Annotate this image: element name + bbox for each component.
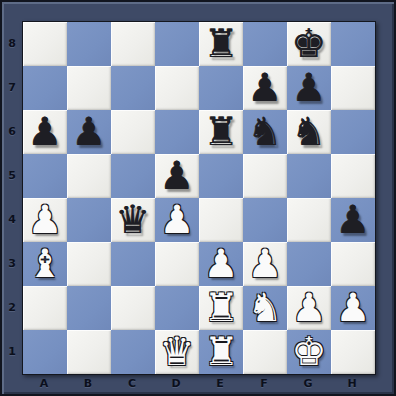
piece-black-queen-c4[interactable]: ♛ (116, 200, 151, 239)
piece-white-pawn-d4[interactable]: ♟ (160, 200, 195, 239)
square-d7[interactable] (155, 66, 199, 110)
square-b5[interactable] (67, 154, 111, 198)
piece-black-knight-g6[interactable]: ♞ (292, 112, 327, 151)
square-g1[interactable]: ♚ (287, 330, 331, 374)
piece-black-pawn-h4[interactable]: ♟ (336, 200, 371, 239)
square-a3[interactable]: ♝ (23, 242, 67, 286)
square-b2[interactable] (67, 286, 111, 330)
square-a6[interactable]: ♟ (23, 110, 67, 154)
square-b6[interactable]: ♟ (67, 110, 111, 154)
square-c4[interactable]: ♛ (111, 198, 155, 242)
square-a1[interactable] (23, 330, 67, 374)
piece-black-pawn-a6[interactable]: ♟ (28, 112, 63, 151)
piece-black-king-g8[interactable]: ♚ (292, 24, 327, 63)
square-e7[interactable] (199, 66, 243, 110)
square-e8[interactable]: ♜ (199, 22, 243, 66)
square-h3[interactable] (331, 242, 375, 286)
file-label-d: D (154, 373, 198, 394)
square-g8[interactable]: ♚ (287, 22, 331, 66)
square-f8[interactable] (243, 22, 287, 66)
square-g3[interactable] (287, 242, 331, 286)
square-d4[interactable]: ♟ (155, 198, 199, 242)
square-g7[interactable]: ♟ (287, 66, 331, 110)
square-b3[interactable] (67, 242, 111, 286)
square-c2[interactable] (111, 286, 155, 330)
chess-board-frame: 87654321 ♜♚♟♟♟♟♜♞♞♟♟♛♟♟♝♟♟♜♞♟♟♛♜♚ ABCDEF… (0, 0, 396, 396)
piece-white-queen-d1[interactable]: ♛ (160, 332, 195, 371)
piece-black-pawn-b6[interactable]: ♟ (72, 112, 107, 151)
file-labels: ABCDEFGH (22, 373, 374, 394)
square-f1[interactable] (243, 330, 287, 374)
file-label-e: E (198, 373, 242, 394)
square-h8[interactable] (331, 22, 375, 66)
rank-label-4: 4 (2, 197, 22, 241)
rank-label-3: 3 (2, 241, 22, 285)
square-a5[interactable] (23, 154, 67, 198)
rank-label-7: 7 (2, 65, 22, 109)
piece-white-rook-e1[interactable]: ♜ (204, 332, 239, 371)
square-d5[interactable]: ♟ (155, 154, 199, 198)
square-d3[interactable] (155, 242, 199, 286)
square-e3[interactable]: ♟ (199, 242, 243, 286)
chess-board: ♜♚♟♟♟♟♜♞♞♟♟♛♟♟♝♟♟♜♞♟♟♛♜♚ (22, 21, 376, 375)
rank-label-1: 1 (2, 329, 22, 373)
piece-white-pawn-f3[interactable]: ♟ (248, 244, 283, 283)
square-g5[interactable] (287, 154, 331, 198)
square-c5[interactable] (111, 154, 155, 198)
piece-black-pawn-d5[interactable]: ♟ (160, 156, 195, 195)
square-e5[interactable] (199, 154, 243, 198)
piece-white-pawn-h2[interactable]: ♟ (336, 288, 371, 327)
file-label-c: C (110, 373, 154, 394)
square-f5[interactable] (243, 154, 287, 198)
piece-white-pawn-a4[interactable]: ♟ (28, 200, 63, 239)
square-e1[interactable]: ♜ (199, 330, 243, 374)
square-h6[interactable] (331, 110, 375, 154)
square-c7[interactable] (111, 66, 155, 110)
file-label-b: B (66, 373, 110, 394)
square-h2[interactable]: ♟ (331, 286, 375, 330)
rank-label-2: 2 (2, 285, 22, 329)
piece-white-king-g1[interactable]: ♚ (292, 332, 327, 371)
piece-white-pawn-g2[interactable]: ♟ (292, 288, 327, 327)
piece-white-rook-e2[interactable]: ♜ (204, 288, 239, 327)
square-g6[interactable]: ♞ (287, 110, 331, 154)
square-g2[interactable]: ♟ (287, 286, 331, 330)
rank-label-5: 5 (2, 153, 22, 197)
square-h1[interactable] (331, 330, 375, 374)
rank-labels: 87654321 (2, 21, 22, 373)
square-b1[interactable] (67, 330, 111, 374)
square-h4[interactable]: ♟ (331, 198, 375, 242)
square-h5[interactable] (331, 154, 375, 198)
file-label-a: A (22, 373, 66, 394)
rank-label-8: 8 (2, 21, 22, 65)
file-label-g: G (286, 373, 330, 394)
square-c6[interactable] (111, 110, 155, 154)
square-c8[interactable] (111, 22, 155, 66)
square-c3[interactable] (111, 242, 155, 286)
square-d8[interactable] (155, 22, 199, 66)
square-c1[interactable] (111, 330, 155, 374)
square-b7[interactable] (67, 66, 111, 110)
square-a7[interactable] (23, 66, 67, 110)
piece-black-pawn-g7[interactable]: ♟ (292, 68, 327, 107)
square-f2[interactable]: ♞ (243, 286, 287, 330)
square-d6[interactable] (155, 110, 199, 154)
square-e6[interactable]: ♜ (199, 110, 243, 154)
file-label-h: H (330, 373, 374, 394)
piece-black-rook-e6[interactable]: ♜ (204, 112, 239, 151)
square-d1[interactable]: ♛ (155, 330, 199, 374)
square-f7[interactable]: ♟ (243, 66, 287, 110)
square-d2[interactable] (155, 286, 199, 330)
square-f4[interactable] (243, 198, 287, 242)
square-a4[interactable]: ♟ (23, 198, 67, 242)
square-f3[interactable]: ♟ (243, 242, 287, 286)
square-e2[interactable]: ♜ (199, 286, 243, 330)
piece-white-knight-f2[interactable]: ♞ (248, 288, 283, 327)
square-h7[interactable] (331, 66, 375, 110)
piece-black-pawn-f7[interactable]: ♟ (248, 68, 283, 107)
piece-white-bishop-a3[interactable]: ♝ (28, 244, 63, 283)
square-a2[interactable] (23, 286, 67, 330)
piece-black-rook-e8[interactable]: ♜ (204, 24, 239, 63)
square-b8[interactable] (67, 22, 111, 66)
piece-white-pawn-e3[interactable]: ♟ (204, 244, 239, 283)
piece-black-knight-f6[interactable]: ♞ (248, 112, 283, 151)
square-b4[interactable] (67, 198, 111, 242)
square-e4[interactable] (199, 198, 243, 242)
rank-label-6: 6 (2, 109, 22, 153)
square-f6[interactable]: ♞ (243, 110, 287, 154)
square-a8[interactable] (23, 22, 67, 66)
square-g4[interactable] (287, 198, 331, 242)
file-label-f: F (242, 373, 286, 394)
